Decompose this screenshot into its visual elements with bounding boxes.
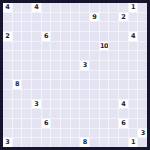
cell-r8c14[interactable] <box>138 80 147 89</box>
cell-r12c11[interactable] <box>109 119 118 128</box>
cell-r9c12[interactable] <box>119 90 128 99</box>
clue-cell-r13c14: 3 <box>138 129 147 138</box>
cell-r14c11[interactable] <box>109 138 118 147</box>
cell-r2c1[interactable] <box>13 22 22 31</box>
cell-r3c6[interactable] <box>61 32 70 41</box>
cell-r8c5[interactable] <box>51 80 60 89</box>
cell-r1c11[interactable] <box>109 13 118 22</box>
cell-r4c7[interactable] <box>71 42 80 51</box>
cell-r13c6[interactable] <box>61 129 70 138</box>
cell-r12c8[interactable] <box>80 119 89 128</box>
cell-r12c13[interactable] <box>129 119 138 128</box>
cell-r5c7[interactable] <box>71 51 80 60</box>
cell-r4c4[interactable] <box>42 42 51 51</box>
cell-r9c14[interactable] <box>138 90 147 99</box>
cell-r13c8[interactable] <box>80 129 89 138</box>
cell-r14c3[interactable] <box>32 138 41 147</box>
cell-r6c10[interactable] <box>100 61 109 70</box>
cell-r10c11[interactable] <box>109 100 118 109</box>
cell-r12c3[interactable] <box>32 119 41 128</box>
cell-r12c6[interactable] <box>61 119 70 128</box>
cell-r1c2[interactable] <box>22 13 31 22</box>
clue-cell-r1c9: 9 <box>90 13 99 22</box>
cell-r14c14[interactable] <box>138 138 147 147</box>
cell-r10c6[interactable] <box>61 100 70 109</box>
cell-r6c1[interactable] <box>13 61 22 70</box>
cell-r13c11[interactable] <box>109 129 118 138</box>
nurikabe-board: 44192264103834663381 <box>0 0 150 150</box>
cell-r11c5[interactable] <box>51 109 60 118</box>
cell-r9c1[interactable] <box>13 90 22 99</box>
cell-r4c12[interactable] <box>119 42 128 51</box>
cell-r8c3[interactable] <box>32 80 41 89</box>
cell-r14c9[interactable] <box>90 138 99 147</box>
cell-r6c5[interactable] <box>51 61 60 70</box>
cell-r8c10[interactable] <box>100 80 109 89</box>
clue-cell-r0c0: 4 <box>3 3 12 12</box>
cell-r0c9[interactable] <box>90 3 99 12</box>
cell-r11c0[interactable] <box>3 109 12 118</box>
cell-r6c3[interactable] <box>32 61 41 70</box>
puzzle-screenshot: 44192264103834663381 <box>0 0 150 150</box>
cell-r7c11[interactable] <box>109 71 118 80</box>
clue-cell-r0c13: 1 <box>129 3 138 12</box>
cell-r1c4[interactable] <box>42 13 51 22</box>
cell-r9c13[interactable] <box>129 90 138 99</box>
cell-r10c7[interactable] <box>71 100 80 109</box>
cell-r3c7[interactable] <box>71 32 80 41</box>
cell-r9c4[interactable] <box>42 90 51 99</box>
cell-r11c8[interactable] <box>80 109 89 118</box>
cell-r0c5[interactable] <box>51 3 60 12</box>
cell-r4c8[interactable] <box>80 42 89 51</box>
cell-r4c9[interactable] <box>90 42 99 51</box>
cell-r1c1[interactable] <box>13 13 22 22</box>
cell-r3c9[interactable] <box>90 32 99 41</box>
cell-r6c12[interactable] <box>119 61 128 70</box>
cell-r7c7[interactable] <box>71 71 80 80</box>
cell-r11c1[interactable] <box>13 109 22 118</box>
cell-r2c12[interactable] <box>119 22 128 31</box>
cell-r4c5[interactable] <box>51 42 60 51</box>
cell-r0c2[interactable] <box>22 3 31 12</box>
cell-r2c4[interactable] <box>42 22 51 31</box>
cell-r3c2[interactable] <box>22 32 31 41</box>
cell-r3c8[interactable] <box>80 32 89 41</box>
cell-r5c1[interactable] <box>13 51 22 60</box>
cell-r0c10[interactable] <box>100 3 109 12</box>
cell-r8c9[interactable] <box>90 80 99 89</box>
clue-cell-r0c3: 4 <box>32 3 41 12</box>
cell-r13c1[interactable] <box>13 129 22 138</box>
cell-r10c13[interactable] <box>129 100 138 109</box>
cell-r12c0[interactable] <box>3 119 12 128</box>
cell-r9c11[interactable] <box>109 90 118 99</box>
clue-cell-r14c0: 3 <box>3 138 12 147</box>
cell-r8c7[interactable] <box>71 80 80 89</box>
cell-r1c0[interactable] <box>3 13 12 22</box>
cell-r3c1[interactable] <box>13 32 22 41</box>
cell-r7c5[interactable] <box>51 71 60 80</box>
cell-r14c6[interactable] <box>61 138 70 147</box>
cell-r5c10[interactable] <box>100 51 109 60</box>
cell-r9c10[interactable] <box>100 90 109 99</box>
cell-r14c2[interactable] <box>22 138 31 147</box>
cell-r11c13[interactable] <box>129 109 138 118</box>
cell-r1c14[interactable] <box>138 13 147 22</box>
cell-r3c10[interactable] <box>100 32 109 41</box>
cell-r2c11[interactable] <box>109 22 118 31</box>
cell-r10c9[interactable] <box>90 100 99 109</box>
cell-r4c0[interactable] <box>3 42 12 51</box>
cell-r4c1[interactable] <box>13 42 22 51</box>
cell-r3c3[interactable] <box>32 32 41 41</box>
cell-r13c12[interactable] <box>119 129 128 138</box>
cell-r7c3[interactable] <box>32 71 41 80</box>
cell-r5c0[interactable] <box>3 51 12 60</box>
cell-r12c2[interactable] <box>22 119 31 128</box>
cell-r14c1[interactable] <box>13 138 22 147</box>
cell-r2c0[interactable] <box>3 22 12 31</box>
cell-r0c14[interactable] <box>138 3 147 12</box>
cell-r5c13[interactable] <box>129 51 138 60</box>
cell-r13c7[interactable] <box>71 129 80 138</box>
cell-r7c10[interactable] <box>100 71 109 80</box>
cell-r5c9[interactable] <box>90 51 99 60</box>
cell-r7c14[interactable] <box>138 71 147 80</box>
cell-r9c6[interactable] <box>61 90 70 99</box>
cell-r13c13[interactable] <box>129 129 138 138</box>
cell-r10c14[interactable] <box>138 100 147 109</box>
cell-r4c2[interactable] <box>22 42 31 51</box>
cell-r1c6[interactable] <box>61 13 70 22</box>
cell-r4c13[interactable] <box>129 42 138 51</box>
cell-r12c1[interactable] <box>13 119 22 128</box>
cell-r1c8[interactable] <box>80 13 89 22</box>
clue-cell-r14c13: 1 <box>129 138 138 147</box>
cell-r10c10[interactable] <box>100 100 109 109</box>
cell-r14c7[interactable] <box>71 138 80 147</box>
clue-cell-r10c3: 3 <box>32 100 41 109</box>
cell-r8c13[interactable] <box>129 80 138 89</box>
cell-r11c7[interactable] <box>71 109 80 118</box>
cell-r8c8[interactable] <box>80 80 89 89</box>
clue-cell-r12c12: 6 <box>119 119 128 128</box>
cell-r13c3[interactable] <box>32 129 41 138</box>
cell-r0c7[interactable] <box>71 3 80 12</box>
cell-r9c5[interactable] <box>51 90 60 99</box>
cell-r2c2[interactable] <box>22 22 31 31</box>
cell-r2c6[interactable] <box>61 22 70 31</box>
cell-r4c6[interactable] <box>61 42 70 51</box>
cell-r11c3[interactable] <box>32 109 41 118</box>
cell-r0c1[interactable] <box>13 3 22 12</box>
cell-r6c4[interactable] <box>42 61 51 70</box>
cell-r0c11[interactable] <box>109 3 118 12</box>
cell-r14c5[interactable] <box>51 138 60 147</box>
cell-r5c6[interactable] <box>61 51 70 60</box>
cell-r8c12[interactable] <box>119 80 128 89</box>
clue-cell-r3c13: 4 <box>129 32 138 41</box>
cell-r11c2[interactable] <box>22 109 31 118</box>
cell-r1c3[interactable] <box>32 13 41 22</box>
cell-r7c12[interactable] <box>119 71 128 80</box>
cell-r1c5[interactable] <box>51 13 60 22</box>
cell-r14c4[interactable] <box>42 138 51 147</box>
cell-r6c14[interactable] <box>138 61 147 70</box>
cell-r7c1[interactable] <box>13 71 22 80</box>
cell-r3c12[interactable] <box>119 32 128 41</box>
cell-r8c11[interactable] <box>109 80 118 89</box>
cell-r2c10[interactable] <box>100 22 109 31</box>
cell-r2c9[interactable] <box>90 22 99 31</box>
cell-r11c10[interactable] <box>100 109 109 118</box>
clue-cell-r12c4: 6 <box>42 119 51 128</box>
cell-r13c0[interactable] <box>3 129 12 138</box>
cell-r1c13[interactable] <box>129 13 138 22</box>
cell-r8c4[interactable] <box>42 80 51 89</box>
clue-cell-r4c10: 10 <box>100 42 109 51</box>
cell-r7c6[interactable] <box>61 71 70 80</box>
cell-r4c11[interactable] <box>109 42 118 51</box>
cell-r8c0[interactable] <box>3 80 12 89</box>
cell-r0c8[interactable] <box>80 3 89 12</box>
cell-r5c5[interactable] <box>51 51 60 60</box>
cell-r5c14[interactable] <box>138 51 147 60</box>
cell-r6c9[interactable] <box>90 61 99 70</box>
cell-r14c12[interactable] <box>119 138 128 147</box>
cell-r6c7[interactable] <box>71 61 80 70</box>
cell-r13c2[interactable] <box>22 129 31 138</box>
cell-r9c3[interactable] <box>32 90 41 99</box>
cell-r7c0[interactable] <box>3 71 12 80</box>
cell-r5c11[interactable] <box>109 51 118 60</box>
cell-r0c12[interactable] <box>119 3 128 12</box>
cell-r11c14[interactable] <box>138 109 147 118</box>
cell-r10c0[interactable] <box>3 100 12 109</box>
cell-r10c1[interactable] <box>13 100 22 109</box>
cell-r12c5[interactable] <box>51 119 60 128</box>
cell-r6c11[interactable] <box>109 61 118 70</box>
cell-r11c12[interactable] <box>119 109 128 118</box>
clue-cell-r3c4: 6 <box>42 32 51 41</box>
cell-r10c4[interactable] <box>42 100 51 109</box>
clue-cell-r8c1: 8 <box>13 80 22 89</box>
cell-r6c2[interactable] <box>22 61 31 70</box>
clue-cell-r1c12: 2 <box>119 13 128 22</box>
cell-r8c6[interactable] <box>61 80 70 89</box>
cell-r3c11[interactable] <box>109 32 118 41</box>
cell-r13c9[interactable] <box>90 129 99 138</box>
cell-r7c4[interactable] <box>42 71 51 80</box>
cell-r9c2[interactable] <box>22 90 31 99</box>
cell-r9c7[interactable] <box>71 90 80 99</box>
cell-r7c2[interactable] <box>22 71 31 80</box>
cell-r4c3[interactable] <box>32 42 41 51</box>
cell-r3c14[interactable] <box>138 32 147 41</box>
cell-r7c13[interactable] <box>129 71 138 80</box>
cell-r14c10[interactable] <box>100 138 109 147</box>
cell-r11c11[interactable] <box>109 109 118 118</box>
cell-r1c10[interactable] <box>100 13 109 22</box>
cell-r13c10[interactable] <box>100 129 109 138</box>
clue-cell-r3c0: 2 <box>3 32 12 41</box>
cell-r10c2[interactable] <box>22 100 31 109</box>
cell-r9c8[interactable] <box>80 90 89 99</box>
cell-r5c3[interactable] <box>32 51 41 60</box>
cell-r7c9[interactable] <box>90 71 99 80</box>
cell-r6c0[interactable] <box>3 61 12 70</box>
cell-r1c7[interactable] <box>71 13 80 22</box>
cell-r12c10[interactable] <box>100 119 109 128</box>
cell-r10c8[interactable] <box>80 100 89 109</box>
clue-cell-r14c8: 8 <box>80 138 89 147</box>
cell-r12c7[interactable] <box>71 119 80 128</box>
cell-r13c4[interactable] <box>42 129 51 138</box>
cell-r5c12[interactable] <box>119 51 128 60</box>
cell-r8c2[interactable] <box>22 80 31 89</box>
cell-r2c7[interactable] <box>71 22 80 31</box>
cell-r11c9[interactable] <box>90 109 99 118</box>
cell-r2c14[interactable] <box>138 22 147 31</box>
cell-r0c4[interactable] <box>42 3 51 12</box>
cell-r2c3[interactable] <box>32 22 41 31</box>
cell-r7c8[interactable] <box>80 71 89 80</box>
cell-r11c4[interactable] <box>42 109 51 118</box>
cell-r12c9[interactable] <box>90 119 99 128</box>
cell-r9c0[interactable] <box>3 90 12 99</box>
clue-cell-r10c12: 4 <box>119 100 128 109</box>
clue-cell-r6c8: 3 <box>80 61 89 70</box>
cell-r2c8[interactable] <box>80 22 89 31</box>
cell-r4c14[interactable] <box>138 42 147 51</box>
cell-r12c14[interactable] <box>138 119 147 128</box>
cell-r9c9[interactable] <box>90 90 99 99</box>
cell-r13c5[interactable] <box>51 129 60 138</box>
cell-r0c6[interactable] <box>61 3 70 12</box>
cell-r5c4[interactable] <box>42 51 51 60</box>
cell-r5c2[interactable] <box>22 51 31 60</box>
cell-r6c6[interactable] <box>61 61 70 70</box>
cell-r2c5[interactable] <box>51 22 60 31</box>
cell-r11c6[interactable] <box>61 109 70 118</box>
cell-r10c5[interactable] <box>51 100 60 109</box>
cell-r5c8[interactable] <box>80 51 89 60</box>
cell-r2c13[interactable] <box>129 22 138 31</box>
cell-r3c5[interactable] <box>51 32 60 41</box>
cell-r6c13[interactable] <box>129 61 138 70</box>
